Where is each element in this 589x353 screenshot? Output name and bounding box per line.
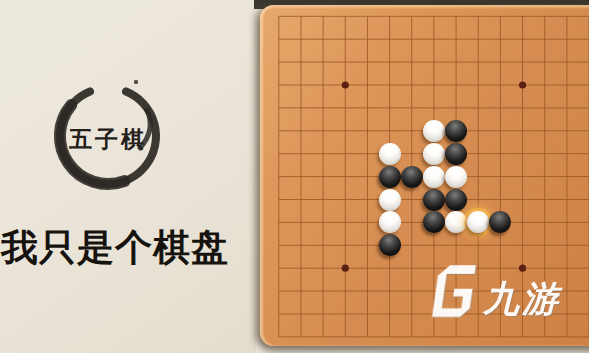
screenshot-stage: 五子棋 我只是个棋盘 九游: [0, 0, 589, 353]
stone-white: [423, 143, 445, 165]
stone-black: [379, 234, 401, 256]
logo-title: 五子棋: [58, 124, 158, 155]
stone-black: [401, 166, 423, 188]
left-paper-panel: 五子棋 我只是个棋盘: [0, 0, 256, 353]
stone-white: [445, 166, 467, 188]
stone-black: [423, 189, 445, 211]
brand-g-icon: [426, 263, 482, 319]
watermark: 九游: [430, 263, 561, 324]
stone-white: [379, 189, 401, 211]
stone-white: [379, 211, 401, 233]
stone-black: [445, 143, 467, 165]
caption-calligraphy: 我只是个棋盘: [1, 223, 255, 273]
stone-white: [423, 120, 445, 142]
stone-black: [445, 189, 467, 211]
stone-white: [379, 143, 401, 165]
stone-black: [445, 120, 467, 142]
stone-white: [423, 166, 445, 188]
stone-black: [379, 166, 401, 188]
brand-name: 九游: [483, 275, 561, 324]
